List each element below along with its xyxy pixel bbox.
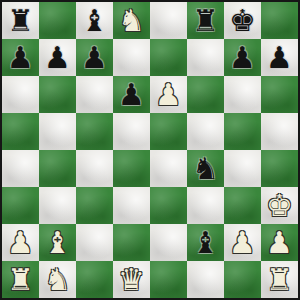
square-c5[interactable] bbox=[76, 113, 113, 150]
square-f2[interactable]: ♝ bbox=[187, 224, 224, 261]
square-g7[interactable]: ♟ bbox=[224, 39, 261, 76]
square-a8[interactable]: ♜ bbox=[2, 2, 39, 39]
piece-white-king-h3[interactable]: ♚ bbox=[266, 187, 293, 224]
square-g3[interactable] bbox=[224, 187, 261, 224]
square-e7[interactable] bbox=[150, 39, 187, 76]
piece-black-pawn-a7[interactable]: ♟ bbox=[7, 39, 34, 76]
square-b1[interactable]: ♞ bbox=[39, 261, 76, 298]
square-e6[interactable]: ♟ bbox=[150, 76, 187, 113]
square-a6[interactable] bbox=[2, 76, 39, 113]
square-c2[interactable] bbox=[76, 224, 113, 261]
piece-black-rook-a8[interactable]: ♜ bbox=[7, 2, 34, 39]
square-a5[interactable] bbox=[2, 113, 39, 150]
piece-white-bishop-b2[interactable]: ♝ bbox=[44, 224, 71, 261]
piece-black-king-g8[interactable]: ♚ bbox=[229, 2, 256, 39]
square-g4[interactable] bbox=[224, 150, 261, 187]
square-e5[interactable] bbox=[150, 113, 187, 150]
square-b8[interactable] bbox=[39, 2, 76, 39]
square-a3[interactable] bbox=[2, 187, 39, 224]
square-g5[interactable] bbox=[224, 113, 261, 150]
square-g2[interactable]: ♟ bbox=[224, 224, 261, 261]
square-h1[interactable]: ♜ bbox=[261, 261, 298, 298]
square-f1[interactable] bbox=[187, 261, 224, 298]
piece-white-rook-h1[interactable]: ♜ bbox=[266, 261, 293, 298]
square-g8[interactable]: ♚ bbox=[224, 2, 261, 39]
square-b7[interactable]: ♟ bbox=[39, 39, 76, 76]
square-h8[interactable] bbox=[261, 2, 298, 39]
piece-black-pawn-h7[interactable]: ♟ bbox=[266, 39, 293, 76]
square-h2[interactable]: ♟ bbox=[261, 224, 298, 261]
square-e8[interactable] bbox=[150, 2, 187, 39]
piece-white-pawn-g2[interactable]: ♟ bbox=[229, 224, 256, 261]
square-a1[interactable]: ♜ bbox=[2, 261, 39, 298]
square-h5[interactable] bbox=[261, 113, 298, 150]
square-b6[interactable] bbox=[39, 76, 76, 113]
chess-board-frame: ♜♝♞♜♚♟♟♟♟♟♟♟♞♚♟♝♝♟♟♜♞♛♜ bbox=[0, 0, 300, 300]
square-c1[interactable] bbox=[76, 261, 113, 298]
square-e2[interactable] bbox=[150, 224, 187, 261]
square-f5[interactable] bbox=[187, 113, 224, 150]
square-f7[interactable] bbox=[187, 39, 224, 76]
piece-white-knight-d8[interactable]: ♞ bbox=[118, 2, 145, 39]
square-d3[interactable] bbox=[113, 187, 150, 224]
piece-black-bishop-c8[interactable]: ♝ bbox=[81, 2, 108, 39]
square-f8[interactable]: ♜ bbox=[187, 2, 224, 39]
chess-board: ♜♝♞♜♚♟♟♟♟♟♟♟♞♚♟♝♝♟♟♜♞♛♜ bbox=[2, 2, 298, 298]
piece-black-bishop-f2[interactable]: ♝ bbox=[192, 224, 219, 261]
square-h6[interactable] bbox=[261, 76, 298, 113]
square-c7[interactable]: ♟ bbox=[76, 39, 113, 76]
piece-white-knight-b1[interactable]: ♞ bbox=[44, 261, 71, 298]
square-d1[interactable]: ♛ bbox=[113, 261, 150, 298]
piece-black-rook-f8[interactable]: ♜ bbox=[192, 2, 219, 39]
square-c4[interactable] bbox=[76, 150, 113, 187]
square-f3[interactable] bbox=[187, 187, 224, 224]
piece-white-pawn-a2[interactable]: ♟ bbox=[7, 224, 34, 261]
square-f6[interactable] bbox=[187, 76, 224, 113]
square-a4[interactable] bbox=[2, 150, 39, 187]
square-d5[interactable] bbox=[113, 113, 150, 150]
square-e4[interactable] bbox=[150, 150, 187, 187]
square-d7[interactable] bbox=[113, 39, 150, 76]
piece-white-rook-a1[interactable]: ♜ bbox=[7, 261, 34, 298]
square-g1[interactable] bbox=[224, 261, 261, 298]
square-d6[interactable]: ♟ bbox=[113, 76, 150, 113]
square-h3[interactable]: ♚ bbox=[261, 187, 298, 224]
square-d8[interactable]: ♞ bbox=[113, 2, 150, 39]
piece-black-pawn-c7[interactable]: ♟ bbox=[81, 39, 108, 76]
piece-white-queen-d1[interactable]: ♛ bbox=[118, 261, 145, 298]
square-c8[interactable]: ♝ bbox=[76, 2, 113, 39]
piece-black-pawn-b7[interactable]: ♟ bbox=[44, 39, 71, 76]
square-a2[interactable]: ♟ bbox=[2, 224, 39, 261]
piece-white-pawn-h2[interactable]: ♟ bbox=[266, 224, 293, 261]
square-a7[interactable]: ♟ bbox=[2, 39, 39, 76]
square-c6[interactable] bbox=[76, 76, 113, 113]
square-b5[interactable] bbox=[39, 113, 76, 150]
square-d4[interactable] bbox=[113, 150, 150, 187]
piece-black-pawn-g7[interactable]: ♟ bbox=[229, 39, 256, 76]
piece-black-knight-f4[interactable]: ♞ bbox=[192, 150, 219, 187]
square-e1[interactable] bbox=[150, 261, 187, 298]
piece-white-pawn-e6[interactable]: ♟ bbox=[155, 76, 182, 113]
square-c3[interactable] bbox=[76, 187, 113, 224]
square-b3[interactable] bbox=[39, 187, 76, 224]
square-b2[interactable]: ♝ bbox=[39, 224, 76, 261]
square-b4[interactable] bbox=[39, 150, 76, 187]
square-f4[interactable]: ♞ bbox=[187, 150, 224, 187]
square-d2[interactable] bbox=[113, 224, 150, 261]
square-g6[interactable] bbox=[224, 76, 261, 113]
piece-black-pawn-d6[interactable]: ♟ bbox=[118, 76, 145, 113]
square-h4[interactable] bbox=[261, 150, 298, 187]
square-e3[interactable] bbox=[150, 187, 187, 224]
square-h7[interactable]: ♟ bbox=[261, 39, 298, 76]
